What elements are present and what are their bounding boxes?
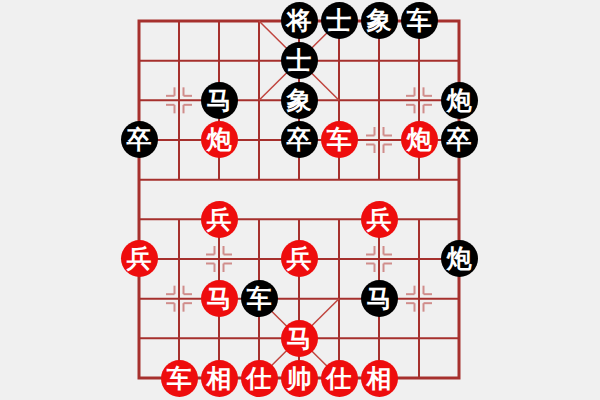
piece-red-cannon[interactable]: 炮	[401, 121, 438, 158]
piece-black-soldier[interactable]: 卒	[441, 121, 478, 158]
xiangqi-board[interactable]: 将士象车士马象炮卒炮卒车炮卒兵兵兵兵炮马车马马车相仕帅仕相	[119, 1, 479, 398]
piece-red-horse[interactable]: 马	[201, 280, 238, 317]
piece-black-soldier[interactable]: 卒	[281, 121, 318, 158]
piece-red-elephant[interactable]: 相	[201, 360, 238, 397]
piece-red-advisor[interactable]: 仕	[241, 360, 278, 397]
piece-red-chariot[interactable]: 车	[321, 121, 358, 158]
piece-red-soldier[interactable]: 兵	[201, 201, 238, 238]
piece-black-chariot[interactable]: 车	[401, 2, 438, 39]
piece-black-cannon[interactable]: 炮	[441, 82, 478, 119]
piece-black-soldier[interactable]: 卒	[121, 121, 158, 158]
piece-red-general[interactable]: 帅	[281, 360, 318, 397]
piece-red-chariot[interactable]: 车	[161, 360, 198, 397]
piece-red-soldier[interactable]: 兵	[281, 240, 318, 277]
piece-black-advisor[interactable]: 士	[281, 42, 318, 79]
piece-red-soldier[interactable]: 兵	[121, 240, 158, 277]
piece-black-elephant[interactable]: 象	[361, 2, 398, 39]
piece-black-general[interactable]: 将	[281, 2, 318, 39]
piece-black-horse[interactable]: 马	[361, 280, 398, 317]
piece-red-cannon[interactable]: 炮	[201, 121, 238, 158]
piece-black-cannon[interactable]: 炮	[441, 240, 478, 277]
piece-black-elephant[interactable]: 象	[281, 82, 318, 119]
piece-red-soldier[interactable]: 兵	[361, 201, 398, 238]
piece-red-advisor[interactable]: 仕	[321, 360, 358, 397]
pieces-layer: 将士象车士马象炮卒炮卒车炮卒兵兵兵兵炮马车马马车相仕帅仕相	[119, 1, 479, 398]
piece-red-horse[interactable]: 马	[281, 320, 318, 357]
piece-red-elephant[interactable]: 相	[361, 360, 398, 397]
piece-black-chariot[interactable]: 车	[241, 280, 278, 317]
piece-black-horse[interactable]: 马	[201, 82, 238, 119]
xiangqi-screen: 将士象车士马象炮卒炮卒车炮卒兵兵兵兵炮马车马马车相仕帅仕相	[0, 0, 600, 400]
piece-black-advisor[interactable]: 士	[321, 2, 358, 39]
